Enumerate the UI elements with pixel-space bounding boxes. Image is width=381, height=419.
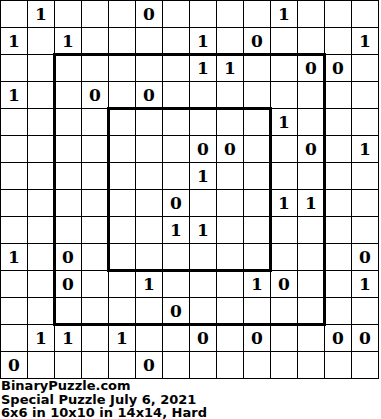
cell-r2c4[interactable] [82, 28, 108, 54]
cell-r1c11: 1 [271, 1, 297, 27]
cell-r12c2[interactable] [28, 298, 54, 324]
cell-r5c6[interactable] [136, 109, 162, 135]
cell-r9c11[interactable] [271, 217, 297, 243]
cell-r9c2[interactable] [28, 217, 54, 243]
cell-r10c3: 0 [55, 244, 81, 270]
cell-r10c1: 1 [1, 244, 27, 270]
cell-r2c5[interactable] [109, 28, 135, 54]
cell-r11c13[interactable] [325, 271, 351, 297]
cell-r2c7[interactable] [163, 28, 189, 54]
cell-r12c4[interactable] [82, 298, 108, 324]
cell-r7c1[interactable] [1, 163, 27, 189]
cell-r7c5[interactable] [109, 163, 135, 189]
cell-r4c11[interactable] [271, 82, 297, 108]
cell-r9c5[interactable] [109, 217, 135, 243]
cell-r5c10[interactable] [244, 109, 270, 135]
cell-r4c6: 0 [136, 82, 162, 108]
cell-r14c7[interactable] [163, 352, 189, 378]
cell-r4c8[interactable] [190, 82, 216, 108]
cell-r10c5[interactable] [109, 244, 135, 270]
cell-r1c7[interactable] [163, 1, 189, 27]
cell-r8c13[interactable] [325, 190, 351, 216]
cell-r11c1[interactable] [1, 271, 27, 297]
cell-r6c1[interactable] [1, 136, 27, 162]
cell-r7c9[interactable] [217, 163, 243, 189]
cell-r4c5[interactable] [109, 82, 135, 108]
cell-r4c2[interactable] [28, 82, 54, 108]
cell-r12c5[interactable] [109, 298, 135, 324]
cell-r10c8[interactable] [190, 244, 216, 270]
cell-r4c7[interactable] [163, 82, 189, 108]
cell-r3c6[interactable] [136, 55, 162, 81]
cell-r12c11[interactable] [271, 298, 297, 324]
cell-r4c14[interactable] [352, 82, 378, 108]
cell-r14c9[interactable] [217, 352, 243, 378]
cell-r8c6[interactable] [136, 190, 162, 216]
cell-r2c12[interactable] [298, 28, 324, 54]
cell-r7c10[interactable] [244, 163, 270, 189]
cell-r5c12[interactable] [298, 109, 324, 135]
cell-r7c4[interactable] [82, 163, 108, 189]
cell-r5c2[interactable] [28, 109, 54, 135]
cell-r3c9: 1 [217, 55, 243, 81]
cell-r8c5[interactable] [109, 190, 135, 216]
cell-r9c13[interactable] [325, 217, 351, 243]
cell-r2c14: 1 [352, 28, 378, 54]
site-name: BinaryPuzzle.com [1, 379, 381, 393]
cell-r9c7: 1 [163, 217, 189, 243]
cell-r13c10: 0 [244, 325, 270, 351]
cell-r11c8[interactable] [190, 271, 216, 297]
cell-r5c11: 1 [271, 109, 297, 135]
cell-r14c1: 0 [1, 352, 27, 378]
cell-r3c13: 0 [325, 55, 351, 81]
cell-r2c1: 1 [1, 28, 27, 54]
cell-r11c7[interactable] [163, 271, 189, 297]
cell-r13c5: 1 [109, 325, 135, 351]
cell-r6c14: 1 [352, 136, 378, 162]
cell-r13c3: 1 [55, 325, 81, 351]
cell-r11c4[interactable] [82, 271, 108, 297]
cell-r3c12: 0 [298, 55, 324, 81]
cell-r13c8: 0 [190, 325, 216, 351]
cell-r9c14[interactable] [352, 217, 378, 243]
cell-r13c4[interactable] [82, 325, 108, 351]
cell-r1c3[interactable] [55, 1, 81, 27]
cell-r7c3[interactable] [55, 163, 81, 189]
cell-r6c3[interactable] [55, 136, 81, 162]
cell-r6c6[interactable] [136, 136, 162, 162]
cell-r8c14[interactable] [352, 190, 378, 216]
cell-r14c5[interactable] [109, 352, 135, 378]
cell-r10c9[interactable] [217, 244, 243, 270]
cell-r6c5[interactable] [109, 136, 135, 162]
cell-r12c10[interactable] [244, 298, 270, 324]
cell-r12c14[interactable] [352, 298, 378, 324]
cell-r3c5[interactable] [109, 55, 135, 81]
cell-r2c11[interactable] [271, 28, 297, 54]
cell-r4c3[interactable] [55, 82, 81, 108]
cell-r5c5[interactable] [109, 109, 135, 135]
cell-r14c4[interactable] [82, 352, 108, 378]
cell-r6c12: 0 [298, 136, 324, 162]
cell-r7c7[interactable] [163, 163, 189, 189]
cell-r7c11[interactable] [271, 163, 297, 189]
cell-r3c7[interactable] [163, 55, 189, 81]
cell-r6c2[interactable] [28, 136, 54, 162]
cell-r2c8: 1 [190, 28, 216, 54]
cell-r12c9[interactable] [217, 298, 243, 324]
cell-r13c6[interactable] [136, 325, 162, 351]
cell-r8c10[interactable] [244, 190, 270, 216]
cell-r6c7[interactable] [163, 136, 189, 162]
cell-r2c9[interactable] [217, 28, 243, 54]
cell-r11c9[interactable] [217, 271, 243, 297]
cell-r7c13[interactable] [325, 163, 351, 189]
cell-r1c5[interactable] [109, 1, 135, 27]
cell-r8c4[interactable] [82, 190, 108, 216]
cell-r3c10[interactable] [244, 55, 270, 81]
puzzle-spec: 6x6 in 10x10 in 14x14, Hard [1, 406, 381, 419]
cell-r12c12[interactable] [298, 298, 324, 324]
cell-r10c13[interactable] [325, 244, 351, 270]
cell-r6c4[interactable] [82, 136, 108, 162]
cell-r9c9[interactable] [217, 217, 243, 243]
cell-r1c2: 1 [28, 1, 54, 27]
cell-r10c2[interactable] [28, 244, 54, 270]
cell-r12c1[interactable] [1, 298, 27, 324]
cell-r5c8[interactable] [190, 109, 216, 135]
cell-r12c6[interactable] [136, 298, 162, 324]
cell-r10c7[interactable] [163, 244, 189, 270]
cell-r3c14[interactable] [352, 55, 378, 81]
cell-r5c7[interactable] [163, 109, 189, 135]
footer: BinaryPuzzle.com Special Puzzle July 6, … [1, 379, 381, 419]
cell-r13c1[interactable] [1, 325, 27, 351]
cell-r1c13[interactable] [325, 1, 351, 27]
cell-r5c3[interactable] [55, 109, 81, 135]
cell-r10c6[interactable] [136, 244, 162, 270]
cell-r6c8: 0 [190, 136, 216, 162]
cell-r5c13[interactable] [325, 109, 351, 135]
cell-r5c4[interactable] [82, 109, 108, 135]
board-grid: 1011110111001001000110111110001101011100… [0, 0, 379, 379]
cell-r8c9[interactable] [217, 190, 243, 216]
cell-r3c3[interactable] [55, 55, 81, 81]
cell-r9c3[interactable] [55, 217, 81, 243]
cell-r3c1[interactable] [1, 55, 27, 81]
cell-r12c3[interactable] [55, 298, 81, 324]
cell-r6c11[interactable] [271, 136, 297, 162]
cell-r7c2[interactable] [28, 163, 54, 189]
cell-r4c10[interactable] [244, 82, 270, 108]
puzzle-title: Special Puzzle July 6, 2021 [1, 393, 381, 407]
cell-r1c14[interactable] [352, 1, 378, 27]
cell-r14c2[interactable] [28, 352, 54, 378]
cell-r1c8[interactable] [190, 1, 216, 27]
cell-r11c3: 0 [55, 271, 81, 297]
cell-r1c6: 0 [136, 1, 162, 27]
cell-r4c12[interactable] [298, 82, 324, 108]
cell-r2c3: 1 [55, 28, 81, 54]
cell-r2c2[interactable] [28, 28, 54, 54]
cell-r5c1[interactable] [1, 109, 27, 135]
cell-r10c12[interactable] [298, 244, 324, 270]
cell-r13c9[interactable] [217, 325, 243, 351]
cell-r8c3[interactable] [55, 190, 81, 216]
puzzle-page: 1011110111001001000110111110001101011100… [0, 0, 381, 419]
cell-r9c6[interactable] [136, 217, 162, 243]
cell-r8c2[interactable] [28, 190, 54, 216]
cell-r4c4: 0 [82, 82, 108, 108]
cell-r14c10[interactable] [244, 352, 270, 378]
cell-r6c9: 0 [217, 136, 243, 162]
cell-r4c9[interactable] [217, 82, 243, 108]
cell-r13c13: 0 [325, 325, 351, 351]
cell-r1c10[interactable] [244, 1, 270, 27]
cell-r13c2: 1 [28, 325, 54, 351]
cell-r6c10[interactable] [244, 136, 270, 162]
cell-r11c11: 0 [271, 271, 297, 297]
cell-r2c13[interactable] [325, 28, 351, 54]
cell-r7c14[interactable] [352, 163, 378, 189]
cell-r12c7: 0 [163, 298, 189, 324]
cell-r7c6[interactable] [136, 163, 162, 189]
cell-r3c11[interactable] [271, 55, 297, 81]
cell-r1c12[interactable] [298, 1, 324, 27]
cell-r12c13[interactable] [325, 298, 351, 324]
cell-r9c12[interactable] [298, 217, 324, 243]
cell-r2c6[interactable] [136, 28, 162, 54]
cell-r14c11[interactable] [271, 352, 297, 378]
cell-r14c12[interactable] [298, 352, 324, 378]
cell-r11c12[interactable] [298, 271, 324, 297]
cell-r2c10: 0 [244, 28, 270, 54]
cell-r10c14: 0 [352, 244, 378, 270]
cell-r8c12: 1 [298, 190, 324, 216]
cell-r3c4[interactable] [82, 55, 108, 81]
cell-r11c10: 1 [244, 271, 270, 297]
cell-r8c1[interactable] [1, 190, 27, 216]
cell-r7c8: 1 [190, 163, 216, 189]
cell-r1c1[interactable] [1, 1, 27, 27]
puzzle-board: 1011110111001001000110111110001101011100… [0, 0, 379, 379]
cell-r1c4[interactable] [82, 1, 108, 27]
cell-r5c14[interactable] [352, 109, 378, 135]
cell-r10c10[interactable] [244, 244, 270, 270]
cell-r8c8[interactable] [190, 190, 216, 216]
cell-r11c2[interactable] [28, 271, 54, 297]
cell-r14c14[interactable] [352, 352, 378, 378]
cell-r7c12[interactable] [298, 163, 324, 189]
cell-r9c4[interactable] [82, 217, 108, 243]
cell-r4c1: 1 [1, 82, 27, 108]
cell-r8c11: 1 [271, 190, 297, 216]
cell-r6c13[interactable] [325, 136, 351, 162]
cell-r8c7: 0 [163, 190, 189, 216]
cell-r14c6: 0 [136, 352, 162, 378]
cell-r14c13[interactable] [325, 352, 351, 378]
cell-r13c14: 0 [352, 325, 378, 351]
cell-r9c10[interactable] [244, 217, 270, 243]
cell-r5c9[interactable] [217, 109, 243, 135]
cell-r9c8: 1 [190, 217, 216, 243]
cell-r3c2[interactable] [28, 55, 54, 81]
cell-r14c8[interactable] [190, 352, 216, 378]
cell-r13c12[interactable] [298, 325, 324, 351]
cell-r1c9[interactable] [217, 1, 243, 27]
cell-r11c14: 1 [352, 271, 378, 297]
cell-r14c3[interactable] [55, 352, 81, 378]
cell-r9c1[interactable] [1, 217, 27, 243]
cell-r10c11[interactable] [271, 244, 297, 270]
cell-r12c8[interactable] [190, 298, 216, 324]
cell-r11c6: 1 [136, 271, 162, 297]
cell-r13c7[interactable] [163, 325, 189, 351]
cell-r11c5[interactable] [109, 271, 135, 297]
cell-r4c13[interactable] [325, 82, 351, 108]
cell-r10c4[interactable] [82, 244, 108, 270]
cell-r3c8: 1 [190, 55, 216, 81]
cell-r13c11[interactable] [271, 325, 297, 351]
